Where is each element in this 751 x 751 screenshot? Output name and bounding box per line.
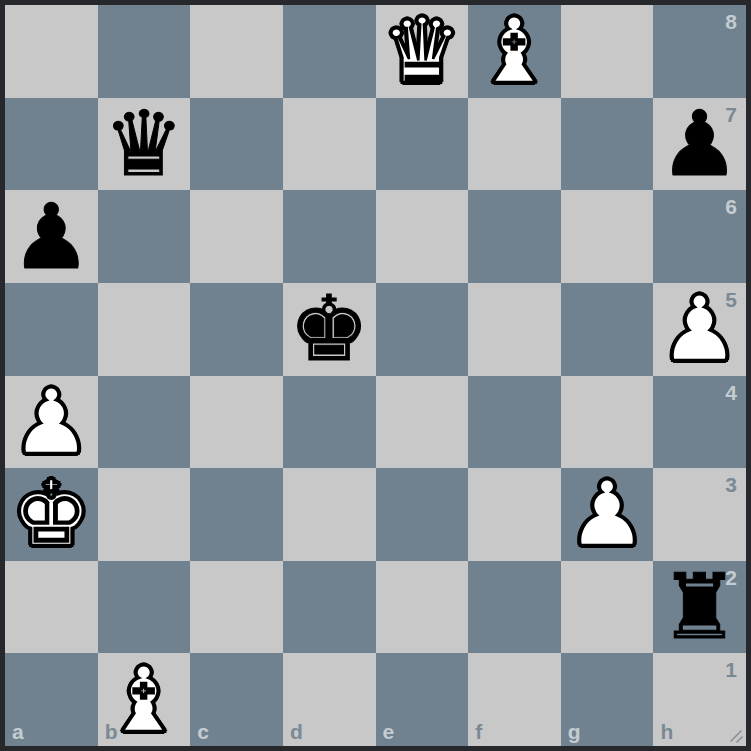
- piece-white-bishop[interactable]: ♝: [474, 6, 555, 96]
- square-h1[interactable]: 1h: [653, 653, 746, 746]
- square-h8[interactable]: 8: [653, 5, 746, 98]
- square-d1[interactable]: d: [283, 653, 376, 746]
- file-label-b: b: [105, 721, 118, 742]
- piece-white-pawn[interactable]: ♟: [11, 377, 92, 467]
- piece-black-pawn[interactable]: ♟: [11, 192, 92, 282]
- square-b3[interactable]: [98, 468, 191, 561]
- square-f4[interactable]: [468, 376, 561, 469]
- square-d4[interactable]: [283, 376, 376, 469]
- piece-black-queen[interactable]: ♛: [104, 99, 185, 189]
- square-b7[interactable]: ♛: [98, 98, 191, 191]
- chess-board-frame: ♛♝8♛7♟♟6♚5♟♟4♚♟32♜ab♝cdefg1h: [0, 0, 751, 751]
- square-g6[interactable]: [561, 190, 654, 283]
- square-e7[interactable]: [376, 98, 469, 191]
- file-label-h: h: [660, 721, 673, 742]
- piece-white-pawn[interactable]: ♟: [567, 469, 648, 559]
- square-f8[interactable]: ♝: [468, 5, 561, 98]
- square-d6[interactable]: [283, 190, 376, 283]
- square-h4[interactable]: 4: [653, 376, 746, 469]
- square-g5[interactable]: [561, 283, 654, 376]
- square-h3[interactable]: 3: [653, 468, 746, 561]
- rank-label-2: 2: [725, 567, 737, 588]
- resize-handle-icon[interactable]: [729, 729, 744, 744]
- piece-white-queen[interactable]: ♛: [381, 6, 462, 96]
- square-d7[interactable]: [283, 98, 376, 191]
- square-b4[interactable]: [98, 376, 191, 469]
- square-a8[interactable]: [5, 5, 98, 98]
- square-d5[interactable]: ♚: [283, 283, 376, 376]
- square-g4[interactable]: [561, 376, 654, 469]
- square-e4[interactable]: [376, 376, 469, 469]
- square-g1[interactable]: g: [561, 653, 654, 746]
- square-f6[interactable]: [468, 190, 561, 283]
- rank-label-7: 7: [725, 104, 737, 125]
- square-a5[interactable]: [5, 283, 98, 376]
- square-e8[interactable]: ♛: [376, 5, 469, 98]
- square-g8[interactable]: [561, 5, 654, 98]
- square-c2[interactable]: [190, 561, 283, 654]
- square-a2[interactable]: [5, 561, 98, 654]
- square-d3[interactable]: [283, 468, 376, 561]
- square-a3[interactable]: ♚: [5, 468, 98, 561]
- square-h5[interactable]: 5♟: [653, 283, 746, 376]
- square-f3[interactable]: [468, 468, 561, 561]
- file-label-f: f: [475, 721, 482, 742]
- rank-label-1: 1: [725, 659, 737, 680]
- square-b6[interactable]: [98, 190, 191, 283]
- square-f7[interactable]: [468, 98, 561, 191]
- square-a7[interactable]: [5, 98, 98, 191]
- square-d2[interactable]: [283, 561, 376, 654]
- rank-label-6: 6: [725, 196, 737, 217]
- square-a4[interactable]: ♟: [5, 376, 98, 469]
- file-label-a: a: [12, 721, 24, 742]
- rank-label-3: 3: [725, 474, 737, 495]
- file-label-c: c: [197, 721, 209, 742]
- rank-label-4: 4: [725, 382, 737, 403]
- square-h2[interactable]: 2♜: [653, 561, 746, 654]
- rank-label-8: 8: [725, 11, 737, 32]
- square-c6[interactable]: [190, 190, 283, 283]
- chess-board: ♛♝8♛7♟♟6♚5♟♟4♚♟32♜ab♝cdefg1h: [5, 5, 746, 746]
- square-f1[interactable]: f: [468, 653, 561, 746]
- square-b8[interactable]: [98, 5, 191, 98]
- square-f2[interactable]: [468, 561, 561, 654]
- square-e1[interactable]: e: [376, 653, 469, 746]
- square-e6[interactable]: [376, 190, 469, 283]
- square-c7[interactable]: [190, 98, 283, 191]
- square-b1[interactable]: b♝: [98, 653, 191, 746]
- square-c8[interactable]: [190, 5, 283, 98]
- piece-black-king[interactable]: ♚: [289, 284, 370, 374]
- square-g7[interactable]: [561, 98, 654, 191]
- square-c5[interactable]: [190, 283, 283, 376]
- square-h7[interactable]: 7♟: [653, 98, 746, 191]
- file-label-e: e: [383, 721, 395, 742]
- square-a6[interactable]: ♟: [5, 190, 98, 283]
- square-d8[interactable]: [283, 5, 376, 98]
- file-label-g: g: [568, 721, 581, 742]
- square-e5[interactable]: [376, 283, 469, 376]
- rank-label-5: 5: [725, 289, 737, 310]
- square-e2[interactable]: [376, 561, 469, 654]
- square-c1[interactable]: c: [190, 653, 283, 746]
- square-g3[interactable]: ♟: [561, 468, 654, 561]
- square-c3[interactable]: [190, 468, 283, 561]
- square-a1[interactable]: a: [5, 653, 98, 746]
- square-h6[interactable]: 6: [653, 190, 746, 283]
- square-c4[interactable]: [190, 376, 283, 469]
- square-f5[interactable]: [468, 283, 561, 376]
- file-label-d: d: [290, 721, 303, 742]
- piece-white-king[interactable]: ♚: [11, 469, 92, 559]
- square-b5[interactable]: [98, 283, 191, 376]
- square-e3[interactable]: [376, 468, 469, 561]
- square-g2[interactable]: [561, 561, 654, 654]
- square-b2[interactable]: [98, 561, 191, 654]
